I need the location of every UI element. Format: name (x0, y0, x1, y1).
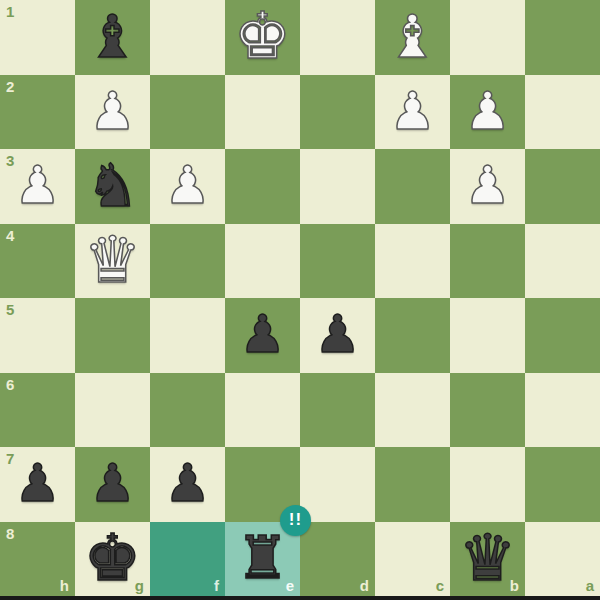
square-d3[interactable] (300, 149, 375, 224)
square-a6[interactable] (525, 373, 600, 448)
square-e5[interactable]: ♟ (225, 298, 300, 373)
piece-black-queen[interactable]: ♛ (450, 521, 525, 596)
rank-label-1: 1 (6, 3, 14, 20)
square-f4[interactable] (150, 224, 225, 299)
square-d6[interactable] (300, 373, 375, 448)
square-h7[interactable]: 7♟ (0, 447, 75, 522)
square-d8[interactable]: d (300, 522, 375, 597)
piece-white-pawn[interactable]: ♟ (150, 148, 225, 223)
square-e3[interactable] (225, 149, 300, 224)
square-c5[interactable] (375, 298, 450, 373)
piece-white-king[interactable]: ♚ (225, 0, 300, 74)
square-h2[interactable]: 2 (0, 75, 75, 150)
piece-black-pawn[interactable]: ♟ (75, 446, 150, 521)
square-f1[interactable] (150, 0, 225, 75)
piece-black-knight[interactable]: ♞ (75, 148, 150, 223)
piece-black-bishop[interactable]: ♝ (75, 0, 150, 74)
square-b6[interactable] (450, 373, 525, 448)
square-h1[interactable]: 1 (0, 0, 75, 75)
square-e1[interactable]: ♚ (225, 0, 300, 75)
square-h8[interactable]: 8h (0, 522, 75, 597)
square-c2[interactable]: ♟ (375, 75, 450, 150)
piece-black-pawn[interactable]: ♟ (300, 297, 375, 372)
square-a2[interactable] (525, 75, 600, 150)
square-a4[interactable] (525, 224, 600, 299)
square-g5[interactable] (75, 298, 150, 373)
square-a7[interactable] (525, 447, 600, 522)
square-f7[interactable]: ♟ (150, 447, 225, 522)
piece-white-bishop[interactable]: ♝ (375, 0, 450, 74)
square-b1[interactable] (450, 0, 525, 75)
square-d2[interactable] (300, 75, 375, 150)
square-h5[interactable]: 5 (0, 298, 75, 373)
square-g1[interactable]: ♝ (75, 0, 150, 75)
square-f5[interactable] (150, 298, 225, 373)
square-f8[interactable]: f (150, 522, 225, 597)
rank-label-4: 4 (6, 227, 14, 244)
brilliant-badge-label: !! (289, 510, 302, 530)
square-g8[interactable]: g♚ (75, 522, 150, 597)
chess-analysis-screen: 1♝♚♝2♟♟♟3♟♞♟♟4♛5♟♟67♟♟♟8hg♚fe♜dcb♛a !! (0, 0, 600, 600)
square-a8[interactable]: a (525, 522, 600, 597)
square-c8[interactable]: c (375, 522, 450, 597)
rank-label-6: 6 (6, 376, 14, 393)
piece-black-king[interactable]: ♚ (75, 521, 150, 596)
square-g2[interactable]: ♟ (75, 75, 150, 150)
piece-black-pawn[interactable]: ♟ (0, 446, 75, 521)
rank-label-2: 2 (6, 78, 14, 95)
square-c3[interactable] (375, 149, 450, 224)
square-b4[interactable] (450, 224, 525, 299)
file-label-h: h (60, 577, 69, 594)
bottom-bar (0, 596, 600, 600)
rank-label-5: 5 (6, 301, 14, 318)
square-b5[interactable] (450, 298, 525, 373)
square-a1[interactable] (525, 0, 600, 75)
piece-white-pawn[interactable]: ♟ (75, 74, 150, 149)
square-g4[interactable]: ♛ (75, 224, 150, 299)
square-e4[interactable] (225, 224, 300, 299)
piece-black-pawn[interactable]: ♟ (225, 297, 300, 372)
brilliant-move-badge: !! (280, 505, 311, 536)
piece-white-queen[interactable]: ♛ (75, 223, 150, 298)
file-label-a: a (586, 577, 594, 594)
square-f2[interactable] (150, 75, 225, 150)
square-b8[interactable]: b♛ (450, 522, 525, 597)
square-c7[interactable] (375, 447, 450, 522)
square-g3[interactable]: ♞ (75, 149, 150, 224)
square-g6[interactable] (75, 373, 150, 448)
square-f6[interactable] (150, 373, 225, 448)
square-d7[interactable] (300, 447, 375, 522)
square-d4[interactable] (300, 224, 375, 299)
square-d1[interactable] (300, 0, 375, 75)
square-h4[interactable]: 4 (0, 224, 75, 299)
square-b3[interactable]: ♟ (450, 149, 525, 224)
square-c4[interactable] (375, 224, 450, 299)
square-h6[interactable]: 6 (0, 373, 75, 448)
file-label-c: c (436, 577, 444, 594)
square-e2[interactable] (225, 75, 300, 150)
rank-label-8: 8 (6, 525, 14, 542)
square-d5[interactable]: ♟ (300, 298, 375, 373)
square-c6[interactable] (375, 373, 450, 448)
piece-white-pawn[interactable]: ♟ (450, 148, 525, 223)
piece-white-pawn[interactable]: ♟ (375, 74, 450, 149)
square-f3[interactable]: ♟ (150, 149, 225, 224)
file-label-d: d (360, 577, 369, 594)
square-b2[interactable]: ♟ (450, 75, 525, 150)
square-g7[interactable]: ♟ (75, 447, 150, 522)
square-a5[interactable] (525, 298, 600, 373)
file-label-f: f (214, 577, 219, 594)
square-h3[interactable]: 3♟ (0, 149, 75, 224)
piece-black-pawn[interactable]: ♟ (150, 446, 225, 521)
piece-white-pawn[interactable]: ♟ (0, 148, 75, 223)
piece-white-pawn[interactable]: ♟ (450, 74, 525, 149)
square-a3[interactable] (525, 149, 600, 224)
square-c1[interactable]: ♝ (375, 0, 450, 75)
square-e6[interactable] (225, 373, 300, 448)
square-b7[interactable] (450, 447, 525, 522)
